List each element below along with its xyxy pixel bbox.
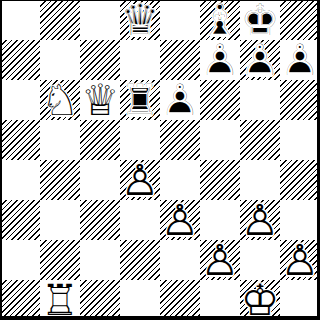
piece-white-pawn[interactable]: ♟♙: [160, 200, 200, 240]
square-d6[interactable]: ♜♖: [120, 80, 160, 120]
white-king-glyph-detail: ♔: [240, 280, 280, 320]
piece-black-pawn[interactable]: ♟♙: [200, 40, 240, 80]
square-c1[interactable]: [80, 280, 120, 320]
square-g4[interactable]: [240, 160, 280, 200]
square-g8[interactable]: ♚♔: [240, 0, 280, 40]
square-d7[interactable]: [120, 40, 160, 80]
square-c5[interactable]: [80, 120, 120, 160]
square-b2[interactable]: [40, 240, 80, 280]
square-c6[interactable]: ♛♕: [80, 80, 120, 120]
piece-white-knight[interactable]: ♞♘: [40, 80, 80, 120]
square-f8[interactable]: ♝♗: [200, 0, 240, 40]
square-a8[interactable]: [0, 0, 40, 40]
black-pawn-glyph-detail: ♙: [240, 40, 280, 80]
square-e3[interactable]: ♟♙: [160, 200, 200, 240]
square-c4[interactable]: [80, 160, 120, 200]
piece-white-king[interactable]: ♚♔: [240, 280, 280, 320]
piece-white-rook[interactable]: ♜♖: [40, 280, 80, 320]
white-queen-glyph-detail: ♕: [80, 80, 120, 120]
square-b1[interactable]: ♜♖: [40, 280, 80, 320]
piece-white-pawn[interactable]: ♟♙: [120, 160, 160, 200]
square-d1[interactable]: [120, 280, 160, 320]
white-pawn-glyph-detail: ♙: [200, 240, 240, 280]
square-c3[interactable]: [80, 200, 120, 240]
square-a6[interactable]: [0, 80, 40, 120]
square-e1[interactable]: [160, 280, 200, 320]
piece-white-pawn[interactable]: ♟♙: [200, 240, 240, 280]
square-g6[interactable]: [240, 80, 280, 120]
piece-black-pawn[interactable]: ♟♙: [160, 80, 200, 120]
square-h6[interactable]: [280, 80, 320, 120]
square-g7[interactable]: ♟♙: [240, 40, 280, 80]
white-knight-glyph-detail: ♘: [40, 80, 80, 120]
square-f6[interactable]: [200, 80, 240, 120]
black-queen-glyph-detail: ♕: [120, 0, 160, 40]
black-king-glyph-detail: ♔: [240, 0, 280, 40]
square-h5[interactable]: [280, 120, 320, 160]
square-h7[interactable]: ♟♙: [280, 40, 320, 80]
square-d4[interactable]: ♟♙: [120, 160, 160, 200]
black-pawn-glyph-detail: ♙: [200, 40, 240, 80]
square-a4[interactable]: [0, 160, 40, 200]
square-a3[interactable]: [0, 200, 40, 240]
white-pawn-glyph-detail: ♙: [160, 200, 200, 240]
white-rook-glyph-detail: ♖: [40, 280, 80, 320]
square-h4[interactable]: [280, 160, 320, 200]
square-b5[interactable]: [40, 120, 80, 160]
square-a1[interactable]: [0, 280, 40, 320]
square-e2[interactable]: [160, 240, 200, 280]
square-a5[interactable]: [0, 120, 40, 160]
square-c2[interactable]: [80, 240, 120, 280]
square-e6[interactable]: ♟♙: [160, 80, 200, 120]
piece-black-pawn[interactable]: ♟♙: [280, 40, 320, 80]
square-h2[interactable]: ♟♙: [280, 240, 320, 280]
square-f1[interactable]: [200, 280, 240, 320]
square-f4[interactable]: [200, 160, 240, 200]
square-h3[interactable]: [280, 200, 320, 240]
square-f2[interactable]: ♟♙: [200, 240, 240, 280]
square-e5[interactable]: [160, 120, 200, 160]
black-pawn-glyph-detail: ♙: [160, 80, 200, 120]
square-b6[interactable]: ♞♘: [40, 80, 80, 120]
square-d5[interactable]: [120, 120, 160, 160]
square-c7[interactable]: [80, 40, 120, 80]
square-g2[interactable]: [240, 240, 280, 280]
piece-white-queen[interactable]: ♛♕: [80, 80, 120, 120]
square-f3[interactable]: [200, 200, 240, 240]
piece-white-pawn[interactable]: ♟♙: [280, 240, 320, 280]
chess-board: ♛♕♝♗♚♔♟♙♟♙♟♙♞♘♛♕♜♖♟♙♟♙♟♙♟♙♟♙♟♙♜♖♚♔: [0, 0, 320, 320]
square-a7[interactable]: [0, 40, 40, 80]
black-pawn-glyph-detail: ♙: [280, 40, 320, 80]
square-f5[interactable]: [200, 120, 240, 160]
piece-black-queen[interactable]: ♛♕: [120, 0, 160, 40]
square-e4[interactable]: [160, 160, 200, 200]
piece-black-pawn[interactable]: ♟♙: [240, 40, 280, 80]
piece-black-rook[interactable]: ♜♖: [120, 80, 160, 120]
piece-black-bishop[interactable]: ♝♗: [200, 0, 240, 40]
square-c8[interactable]: [80, 0, 120, 40]
square-e7[interactable]: [160, 40, 200, 80]
square-d2[interactable]: [120, 240, 160, 280]
square-e8[interactable]: [160, 0, 200, 40]
white-pawn-glyph-detail: ♙: [120, 160, 160, 200]
square-b7[interactable]: [40, 40, 80, 80]
square-d3[interactable]: [120, 200, 160, 240]
square-f7[interactable]: ♟♙: [200, 40, 240, 80]
square-h1[interactable]: [280, 280, 320, 320]
square-h8[interactable]: [280, 0, 320, 40]
black-rook-glyph-detail: ♖: [120, 80, 160, 120]
square-d8[interactable]: ♛♕: [120, 0, 160, 40]
chess-board-container: ♛♕♝♗♚♔♟♙♟♙♟♙♞♘♛♕♜♖♟♙♟♙♟♙♟♙♟♙♟♙♜♖♚♔: [0, 0, 320, 320]
black-bishop-glyph-detail: ♗: [200, 0, 240, 40]
square-b4[interactable]: [40, 160, 80, 200]
piece-black-king[interactable]: ♚♔: [240, 0, 280, 40]
white-pawn-glyph-detail: ♙: [240, 200, 280, 240]
piece-white-pawn[interactable]: ♟♙: [240, 200, 280, 240]
square-b8[interactable]: [40, 0, 80, 40]
white-pawn-glyph-detail: ♙: [280, 240, 320, 280]
square-b3[interactable]: [40, 200, 80, 240]
square-g3[interactable]: ♟♙: [240, 200, 280, 240]
square-g1[interactable]: ♚♔: [240, 280, 280, 320]
square-g5[interactable]: [240, 120, 280, 160]
square-a2[interactable]: [0, 240, 40, 280]
